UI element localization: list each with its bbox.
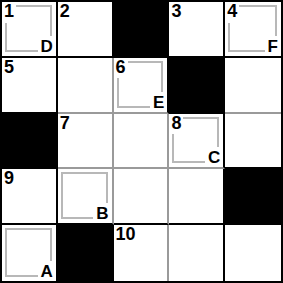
black-cell-r1c3: [169, 58, 225, 114]
clue-number: 8: [171, 114, 183, 135]
cell-r1c0[interactable]: 5: [2, 58, 58, 114]
cell-letter: E: [150, 92, 165, 111]
clue-number: 6: [116, 58, 128, 79]
cell-r3c2[interactable]: [114, 169, 170, 225]
cell-r4c3[interactable]: [169, 225, 225, 281]
cell-r2c4[interactable]: [225, 114, 281, 170]
cell-r3c0[interactable]: 9: [2, 169, 58, 225]
cell-r4c4[interactable]: [225, 225, 281, 281]
clue-number: 7: [60, 114, 72, 135]
clue-number: 3: [171, 2, 183, 23]
cell-r3c1[interactable]: B: [58, 169, 114, 225]
black-cell-r2c0: [2, 114, 58, 170]
cell-r0c4[interactable]: 4F: [225, 2, 281, 58]
cell-r2c1[interactable]: 7: [58, 114, 114, 170]
cell-letter: A: [38, 261, 54, 280]
clue-number: 9: [4, 169, 16, 190]
clue-number: 1: [4, 2, 16, 23]
cell-r1c4[interactable]: [225, 58, 281, 114]
cell-r0c0[interactable]: 1D: [2, 2, 58, 58]
cell-r0c3[interactable]: 3: [169, 2, 225, 58]
cell-r4c0[interactable]: A: [2, 225, 58, 281]
cell-r3c3[interactable]: [169, 169, 225, 225]
cell-letter: C: [205, 147, 221, 166]
clue-number: 2: [60, 2, 72, 23]
black-cell-r0c2: [114, 2, 170, 58]
crossword-board: 1D234F56E78C9BA10: [0, 0, 283, 283]
clue-number: 10: [116, 225, 138, 246]
cell-letter: B: [93, 203, 109, 222]
black-cell-r3c4: [225, 169, 281, 225]
cell-r0c1[interactable]: 2: [58, 2, 114, 58]
black-cell-r4c1: [58, 225, 114, 281]
cell-r2c2[interactable]: [114, 114, 170, 170]
cell-r4c2[interactable]: 10: [114, 225, 170, 281]
clue-number: 5: [4, 58, 16, 79]
cell-r1c2[interactable]: 6E: [114, 58, 170, 114]
cell-letter: D: [38, 36, 54, 55]
cell-r2c3[interactable]: 8C: [169, 114, 225, 170]
cell-r1c1[interactable]: [58, 58, 114, 114]
clue-number: 4: [227, 2, 239, 23]
cell-letter: F: [265, 36, 279, 55]
